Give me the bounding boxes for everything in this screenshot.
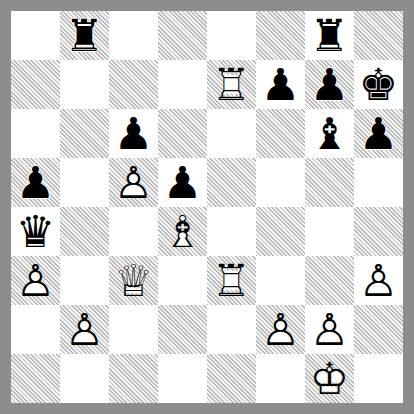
square-g4[interactable] [305, 207, 354, 256]
square-b7[interactable] [60, 60, 109, 109]
square-a7[interactable] [11, 60, 60, 109]
piece-white-rook[interactable]: ♜♖ [207, 60, 256, 109]
white-pawn-outline-glyph: ♙ [305, 305, 354, 354]
piece-white-rook[interactable]: ♜♖ [207, 256, 256, 305]
square-h5[interactable] [354, 158, 403, 207]
square-d4[interactable]: ♝♗ [158, 207, 207, 256]
square-f2[interactable]: ♟♙ [256, 305, 305, 354]
white-rook-outline-glyph: ♖ [207, 256, 256, 305]
square-f8[interactable] [256, 11, 305, 60]
square-a4[interactable]: ♛ [11, 207, 60, 256]
square-c8[interactable] [109, 11, 158, 60]
square-d1[interactable] [158, 354, 207, 403]
square-c1[interactable] [109, 354, 158, 403]
black-pawn-glyph: ♟ [158, 158, 207, 207]
piece-black-pawn[interactable]: ♟ [158, 158, 207, 207]
square-e5[interactable] [207, 158, 256, 207]
piece-black-pawn[interactable]: ♟ [354, 109, 403, 158]
white-rook-outline-glyph: ♖ [207, 60, 256, 109]
square-h3[interactable]: ♟♙ [354, 256, 403, 305]
square-e1[interactable] [207, 354, 256, 403]
piece-black-queen[interactable]: ♛ [11, 207, 60, 256]
black-queen-glyph: ♛ [11, 207, 60, 256]
piece-white-pawn[interactable]: ♟♙ [109, 158, 158, 207]
square-d6[interactable] [158, 109, 207, 158]
square-g6[interactable]: ♝ [305, 109, 354, 158]
square-e7[interactable]: ♜♖ [207, 60, 256, 109]
piece-black-rook[interactable]: ♜ [305, 11, 354, 60]
square-e2[interactable] [207, 305, 256, 354]
piece-black-king[interactable]: ♚ [354, 60, 403, 109]
square-g8[interactable]: ♜ [305, 11, 354, 60]
square-b2[interactable]: ♟♙ [60, 305, 109, 354]
black-rook-glyph: ♜ [305, 11, 354, 60]
square-h1[interactable] [354, 354, 403, 403]
square-h8[interactable] [354, 11, 403, 60]
square-d7[interactable] [158, 60, 207, 109]
piece-white-pawn[interactable]: ♟♙ [305, 305, 354, 354]
black-pawn-glyph: ♟ [109, 109, 158, 158]
white-pawn-outline-glyph: ♙ [60, 305, 109, 354]
square-e3[interactable]: ♜♖ [207, 256, 256, 305]
square-c4[interactable] [109, 207, 158, 256]
square-c5[interactable]: ♟♙ [109, 158, 158, 207]
square-a1[interactable] [11, 354, 60, 403]
square-b1[interactable] [60, 354, 109, 403]
square-d2[interactable] [158, 305, 207, 354]
black-rook-glyph: ♜ [60, 11, 109, 60]
piece-white-pawn[interactable]: ♟♙ [60, 305, 109, 354]
piece-black-pawn[interactable]: ♟ [109, 109, 158, 158]
white-queen-outline-glyph: ♕ [109, 256, 158, 305]
black-pawn-glyph: ♟ [354, 109, 403, 158]
square-b6[interactable] [60, 109, 109, 158]
piece-white-pawn[interactable]: ♟♙ [354, 256, 403, 305]
square-a8[interactable] [11, 11, 60, 60]
black-pawn-glyph: ♟ [11, 158, 60, 207]
square-c3[interactable]: ♛♕ [109, 256, 158, 305]
piece-white-queen[interactable]: ♛♕ [109, 256, 158, 305]
piece-black-pawn[interactable]: ♟ [11, 158, 60, 207]
square-b8[interactable]: ♜ [60, 11, 109, 60]
white-pawn-outline-glyph: ♙ [11, 256, 60, 305]
square-d8[interactable] [158, 11, 207, 60]
square-e8[interactable] [207, 11, 256, 60]
black-king-glyph: ♚ [354, 60, 403, 109]
square-e4[interactable] [207, 207, 256, 256]
piece-black-pawn[interactable]: ♟ [256, 60, 305, 109]
piece-white-bishop[interactable]: ♝♗ [158, 207, 207, 256]
square-g5[interactable] [305, 158, 354, 207]
piece-white-king[interactable]: ♚♔ [305, 354, 354, 403]
black-pawn-glyph: ♟ [305, 60, 354, 109]
square-e6[interactable] [207, 109, 256, 158]
white-bishop-outline-glyph: ♗ [158, 207, 207, 256]
square-b4[interactable] [60, 207, 109, 256]
white-pawn-outline-glyph: ♙ [109, 158, 158, 207]
square-a6[interactable] [11, 109, 60, 158]
square-h2[interactable] [354, 305, 403, 354]
board-grid: ♜♜♜♖♟♟♚♟♝♟♟♟♙♟♛♝♗♟♙♛♕♜♖♟♙♟♙♟♙♟♙♚♔ [11, 11, 403, 403]
square-d5[interactable]: ♟ [158, 158, 207, 207]
piece-white-pawn[interactable]: ♟♙ [11, 256, 60, 305]
piece-black-pawn[interactable]: ♟ [305, 60, 354, 109]
square-c6[interactable]: ♟ [109, 109, 158, 158]
square-h7[interactable]: ♚ [354, 60, 403, 109]
white-pawn-outline-glyph: ♙ [256, 305, 305, 354]
square-g2[interactable]: ♟♙ [305, 305, 354, 354]
square-a2[interactable] [11, 305, 60, 354]
square-b5[interactable] [60, 158, 109, 207]
square-a3[interactable]: ♟♙ [11, 256, 60, 305]
square-c7[interactable] [109, 60, 158, 109]
white-king-outline-glyph: ♔ [305, 354, 354, 403]
black-bishop-glyph: ♝ [305, 109, 354, 158]
square-g1[interactable]: ♚♔ [305, 354, 354, 403]
piece-black-rook[interactable]: ♜ [60, 11, 109, 60]
square-f5[interactable] [256, 158, 305, 207]
square-d3[interactable] [158, 256, 207, 305]
square-b3[interactable] [60, 256, 109, 305]
white-pawn-outline-glyph: ♙ [354, 256, 403, 305]
square-g3[interactable] [305, 256, 354, 305]
square-f1[interactable] [256, 354, 305, 403]
square-f7[interactable]: ♟ [256, 60, 305, 109]
square-h6[interactable]: ♟ [354, 109, 403, 158]
square-a5[interactable]: ♟ [11, 158, 60, 207]
chess-board: ♜♜♜♖♟♟♚♟♝♟♟♟♙♟♛♝♗♟♙♛♕♜♖♟♙♟♙♟♙♟♙♚♔ [0, 0, 414, 414]
square-f6[interactable] [256, 109, 305, 158]
square-h4[interactable] [354, 207, 403, 256]
piece-white-pawn[interactable]: ♟♙ [256, 305, 305, 354]
square-c2[interactable] [109, 305, 158, 354]
square-f4[interactable] [256, 207, 305, 256]
piece-black-bishop[interactable]: ♝ [305, 109, 354, 158]
square-f3[interactable] [256, 256, 305, 305]
black-pawn-glyph: ♟ [256, 60, 305, 109]
square-g7[interactable]: ♟ [305, 60, 354, 109]
